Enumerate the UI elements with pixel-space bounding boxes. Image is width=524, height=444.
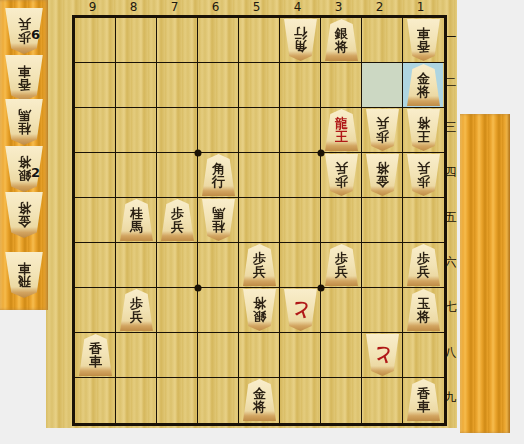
piece-kanji: 歩兵 [376,117,389,143]
file-label-2: 2 [359,0,400,14]
hoshi-dot [318,150,325,157]
square-4-2[interactable] [280,63,321,108]
square-4-3[interactable] [280,108,321,153]
piece-kanji: 銀将 [18,156,31,182]
piece-kanji: 香車 [89,342,102,368]
square-4-5[interactable] [280,198,321,243]
square-6-6[interactable] [198,243,239,288]
square-1-8[interactable] [403,333,444,378]
square-9-6[interactable] [75,243,116,288]
piece-kanji: 桂馬 [212,207,225,233]
piece-kanji: 金将 [18,202,31,228]
rank-label-9: 九 [443,375,458,420]
piece-kanji: 銀将 [335,27,348,53]
file-label-7: 7 [154,0,195,14]
square-5-2[interactable] [239,63,280,108]
file-label-1: 1 [400,0,441,14]
piece-kanji: 香車 [417,387,430,413]
square-5-3[interactable] [239,108,280,153]
rank-label-6: 六 [443,240,458,285]
piece-kanji: 歩兵 [417,162,430,188]
piece-kanji: 歩兵 [417,252,430,278]
square-5-5[interactable] [239,198,280,243]
piece-kanji: 歩兵 [335,162,348,188]
square-6-8[interactable] [198,333,239,378]
hand-gote-金将[interactable]: 金将 [4,192,44,238]
rank-label-3: 三 [443,105,458,150]
piece-kanji: 桂馬 [130,207,143,233]
file-label-4: 4 [277,0,318,14]
square-2-9[interactable] [362,378,403,423]
piece-kanji: 角行 [212,162,225,188]
hand-gote-香車[interactable]: 香車 [4,55,44,101]
square-9-2[interactable] [75,63,116,108]
square-2-6[interactable] [362,243,403,288]
piece-kanji: 王将 [417,117,430,143]
square-4-6[interactable] [280,243,321,288]
square-8-9[interactable] [116,378,157,423]
piece-kanji: と [291,301,310,320]
board-grid: 角行銀将香車金将龍王歩兵王将角行歩兵金将歩兵桂馬歩兵桂馬歩兵歩兵歩兵歩兵銀将と玉… [72,15,447,426]
file-label-3: 3 [318,0,359,14]
square-1-5[interactable] [403,198,444,243]
file-label-6: 6 [195,0,236,14]
square-3-5[interactable] [321,198,362,243]
square-6-7[interactable] [198,288,239,333]
square-9-9[interactable] [75,378,116,423]
hand-count-歩兵: 6 [31,27,40,42]
square-9-1[interactable] [75,18,116,63]
piece-kanji: 歩兵 [130,297,143,323]
square-5-8[interactable] [239,333,280,378]
hand-gote-飛車[interactable]: 飛車 [4,252,44,298]
hoshi-dot [318,285,325,292]
rank-label-1: 一 [443,15,458,60]
square-2-7[interactable] [362,288,403,333]
hand-count-銀将: 2 [31,165,40,180]
square-6-1[interactable] [198,18,239,63]
square-4-9[interactable] [280,378,321,423]
file-label-9: 9 [72,0,113,14]
piece-kanji: 金将 [417,72,430,98]
shogi-app: 歩兵6香車桂馬銀将2金将飛車 角行銀将香車金将龍王歩兵王将角行歩兵金将歩兵桂馬歩… [0,0,524,444]
piece-kanji: 歩兵 [335,252,348,278]
piece-kanji: 桂馬 [18,109,31,135]
square-9-5[interactable] [75,198,116,243]
hoshi-dot [195,285,202,292]
square-2-2[interactable] [362,63,403,108]
square-8-6[interactable] [116,243,157,288]
piece-kanji: 歩兵 [171,207,184,233]
hand-gote-桂馬[interactable]: 桂馬 [4,99,44,145]
file-label-8: 8 [113,0,154,14]
square-8-2[interactable] [116,63,157,108]
gote-hand-tray: 歩兵6香車桂馬銀将2金将飛車 [0,0,48,310]
square-4-4[interactable] [280,153,321,198]
piece-kanji: 銀将 [253,297,266,323]
square-8-3[interactable] [116,108,157,153]
sente-hand-tray [460,114,510,433]
piece-kanji: 歩兵 [253,252,266,278]
piece-kanji: 角行 [294,27,307,53]
square-9-3[interactable] [75,108,116,153]
rank-label-4: 四 [443,150,458,195]
square-9-4[interactable] [75,153,116,198]
square-7-7[interactable] [157,288,198,333]
square-8-8[interactable] [116,333,157,378]
square-7-1[interactable] [157,18,198,63]
square-5-4[interactable] [239,153,280,198]
square-3-9[interactable] [321,378,362,423]
square-3-8[interactable] [321,333,362,378]
square-3-7[interactable] [321,288,362,333]
rank-label-5: 五 [443,195,458,240]
square-2-1[interactable] [362,18,403,63]
square-8-1[interactable] [116,18,157,63]
piece-kanji: と [373,346,392,365]
piece-kanji: 香車 [18,65,31,91]
square-3-2[interactable] [321,63,362,108]
piece-kanji: 歩兵 [18,18,31,44]
square-7-2[interactable] [157,63,198,108]
piece-kanji: 龍王 [335,117,348,143]
square-7-9[interactable] [157,378,198,423]
piece-kanji: 玉将 [417,297,430,323]
rank-label-8: 八 [443,330,458,375]
square-7-6[interactable] [157,243,198,288]
rank-label-2: 二 [443,60,458,105]
square-7-8[interactable] [157,333,198,378]
square-7-3[interactable] [157,108,198,153]
square-6-3[interactable] [198,108,239,153]
file-label-5: 5 [236,0,277,14]
rank-label-7: 七 [443,285,458,330]
square-9-7[interactable] [75,288,116,333]
square-5-1[interactable] [239,18,280,63]
square-7-4[interactable] [157,153,198,198]
square-4-8[interactable] [280,333,321,378]
piece-kanji: 香車 [417,27,430,53]
square-6-2[interactable] [198,63,239,108]
hoshi-dot [195,150,202,157]
square-6-9[interactable] [198,378,239,423]
square-8-4[interactable] [116,153,157,198]
piece-kanji: 飛車 [18,262,31,288]
square-2-5[interactable] [362,198,403,243]
piece-kanji: 金将 [253,387,266,413]
piece-kanji: 金将 [376,162,389,188]
